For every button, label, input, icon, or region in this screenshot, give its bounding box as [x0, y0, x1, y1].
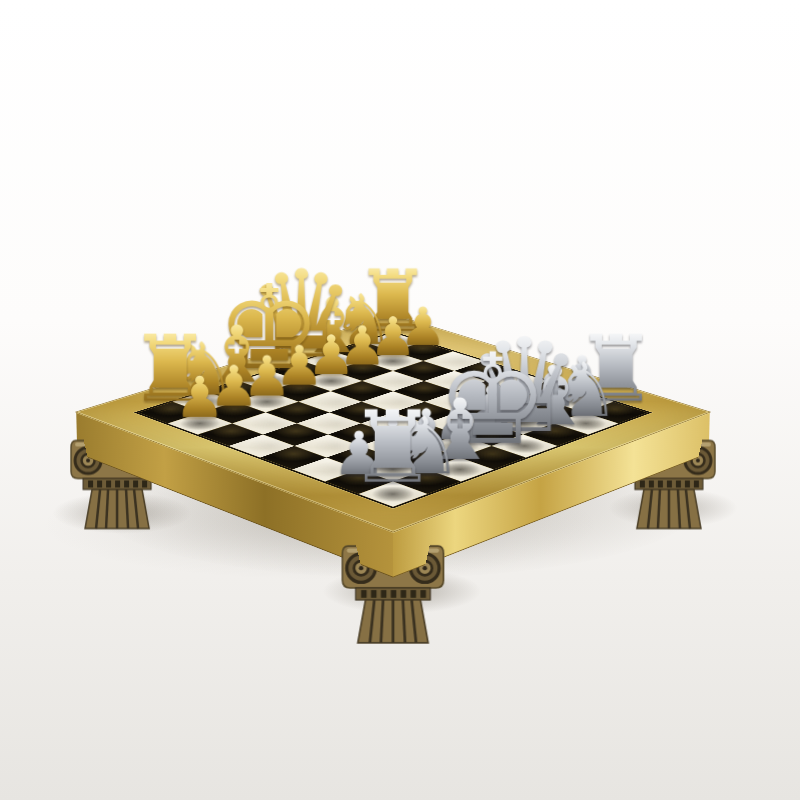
- square[interactable]: ♟: [168, 412, 232, 434]
- silver-rook[interactable]: ♜: [323, 321, 463, 494]
- gold-pawn[interactable]: ♟: [134, 262, 265, 424]
- gold-pawn-glyph: ♟: [175, 371, 226, 423]
- scene: ♜♟♟♜♞♟♟♞♝♟♟♝♛♟♟♛♚♟♟♚♝♟♟♝♞♟♟♞♜♟♟♜: [0, 0, 800, 800]
- board-frame: ♜♟♟♜♞♟♟♞♝♟♟♝♛♟♟♛♚♟♟♚♝♟♟♝♞♟♟♞♜♟♟♜: [75, 314, 711, 532]
- silver-rook-glyph: ♜: [349, 403, 438, 494]
- chess-board: ♜♟♟♜♞♟♟♞♝♟♟♝♛♟♟♛♚♟♟♚♝♟♟♝♞♟♟♞♜♟♟♜: [75, 314, 711, 532]
- square[interactable]: ♜: [359, 482, 428, 507]
